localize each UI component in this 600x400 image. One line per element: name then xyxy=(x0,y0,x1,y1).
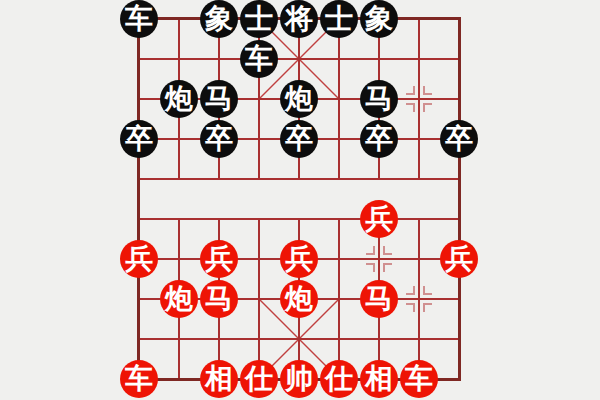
xiangqi-board[interactable]: 车象士将士象车炮马炮马卒卒卒卒卒兵兵兵兵兵炮马炮马车相仕帅仕相车 xyxy=(139,19,459,379)
point-marker-bracket xyxy=(406,103,415,112)
piece-black-pawn-e7[interactable]: 卒 xyxy=(280,120,318,158)
piece-black-pawn-a7[interactable]: 卒 xyxy=(120,120,158,158)
point-marker-bracket xyxy=(423,303,432,312)
piece-black-horse-c8[interactable]: 马 xyxy=(200,80,238,118)
piece-red-pawn-i4[interactable]: 兵 xyxy=(440,240,478,278)
piece-red-horse-c3[interactable]: 马 xyxy=(200,280,238,318)
point-marker-bracket xyxy=(406,86,415,95)
piece-red-elephant-g1[interactable]: 相 xyxy=(360,360,398,398)
point-marker-bracket xyxy=(423,86,432,95)
point-marker-bracket xyxy=(366,263,375,272)
app-background: 车象士将士象车炮马炮马卒卒卒卒卒兵兵兵兵兵炮马炮马车相仕帅仕相车 xyxy=(0,0,600,400)
piece-red-pawn-a4[interactable]: 兵 xyxy=(120,240,158,278)
point-marker-bracket xyxy=(383,246,392,255)
piece-red-pawn-c4[interactable]: 兵 xyxy=(200,240,238,278)
piece-black-pawn-i7[interactable]: 卒 xyxy=(440,120,478,158)
point-marker-bracket xyxy=(366,246,375,255)
piece-red-horse-g3[interactable]: 马 xyxy=(360,280,398,318)
point-marker-bracket xyxy=(406,303,415,312)
piece-red-elephant-c1[interactable]: 相 xyxy=(200,360,238,398)
piece-black-cannon-e8[interactable]: 炮 xyxy=(280,80,318,118)
piece-black-elephant-c10[interactable]: 象 xyxy=(200,0,238,38)
piece-black-king-e10[interactable]: 将 xyxy=(280,0,318,38)
piece-black-pawn-g7[interactable]: 卒 xyxy=(360,120,398,158)
point-marker-bracket xyxy=(383,263,392,272)
piece-black-advisor-d10[interactable]: 士 xyxy=(240,0,278,38)
point-marker-bracket xyxy=(423,286,432,295)
piece-red-pawn-g5[interactable]: 兵 xyxy=(360,200,398,238)
piece-black-horse-g8[interactable]: 马 xyxy=(360,80,398,118)
piece-red-advisor-f1[interactable]: 仕 xyxy=(320,360,358,398)
piece-red-king-e1[interactable]: 帅 xyxy=(280,360,318,398)
piece-black-rook-d9[interactable]: 车 xyxy=(240,40,278,78)
point-marker-bracket xyxy=(423,103,432,112)
piece-black-pawn-c7[interactable]: 卒 xyxy=(200,120,238,158)
piece-red-pawn-e4[interactable]: 兵 xyxy=(280,240,318,278)
piece-black-advisor-f10[interactable]: 士 xyxy=(320,0,358,38)
piece-black-cannon-b8[interactable]: 炮 xyxy=(160,80,198,118)
piece-red-cannon-e3[interactable]: 炮 xyxy=(280,280,318,318)
board-outer-border xyxy=(137,17,461,381)
piece-red-rook-a1[interactable]: 车 xyxy=(120,360,158,398)
point-marker-bracket xyxy=(406,286,415,295)
piece-black-elephant-g10[interactable]: 象 xyxy=(360,0,398,38)
piece-red-cannon-b3[interactable]: 炮 xyxy=(160,280,198,318)
piece-red-advisor-d1[interactable]: 仕 xyxy=(240,360,278,398)
piece-red-rook-h1[interactable]: 车 xyxy=(400,360,438,398)
piece-black-rook-a10[interactable]: 车 xyxy=(120,0,158,38)
